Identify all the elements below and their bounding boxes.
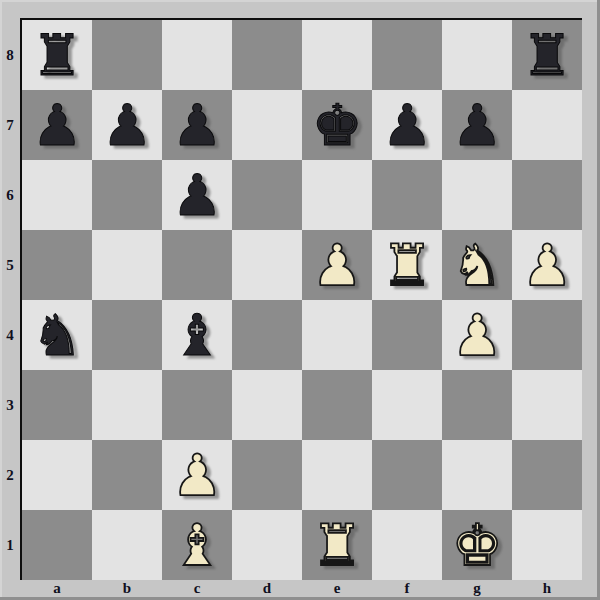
file-label-g: g [442, 580, 512, 599]
file-label-e: e [302, 580, 372, 599]
piece-white-pawn[interactable]: ♟ [512, 230, 582, 300]
square-f1[interactable] [372, 510, 442, 580]
square-c5[interactable] [162, 230, 232, 300]
rank-label-1: 1 [0, 510, 20, 580]
rank-label-6: 6 [0, 160, 20, 230]
square-h8[interactable]: ♜ [512, 20, 582, 90]
square-g8[interactable] [442, 20, 512, 90]
square-c1[interactable]: ♝ [162, 510, 232, 580]
square-e7[interactable]: ♚ [302, 90, 372, 160]
piece-black-pawn[interactable]: ♟ [162, 90, 232, 160]
square-e1[interactable]: ♜ [302, 510, 372, 580]
square-g7[interactable]: ♟ [442, 90, 512, 160]
file-label-a: a [22, 580, 92, 599]
piece-black-knight[interactable]: ♞ [22, 300, 92, 370]
square-b7[interactable]: ♟ [92, 90, 162, 160]
piece-white-rook[interactable]: ♜ [372, 230, 442, 300]
square-d7[interactable] [232, 90, 302, 160]
square-g5[interactable]: ♞ [442, 230, 512, 300]
square-b1[interactable] [92, 510, 162, 580]
square-g4[interactable]: ♟ [442, 300, 512, 370]
square-e3[interactable] [302, 370, 372, 440]
square-c7[interactable]: ♟ [162, 90, 232, 160]
square-b5[interactable] [92, 230, 162, 300]
piece-white-pawn[interactable]: ♟ [302, 230, 372, 300]
square-a5[interactable] [22, 230, 92, 300]
square-c6[interactable]: ♟ [162, 160, 232, 230]
square-f5[interactable]: ♜ [372, 230, 442, 300]
square-c8[interactable] [162, 20, 232, 90]
square-h7[interactable] [512, 90, 582, 160]
square-a1[interactable] [22, 510, 92, 580]
piece-white-pawn[interactable]: ♟ [442, 300, 512, 370]
square-b2[interactable] [92, 440, 162, 510]
square-b8[interactable] [92, 20, 162, 90]
square-g6[interactable] [442, 160, 512, 230]
piece-white-rook[interactable]: ♜ [302, 510, 372, 580]
file-label-b: b [92, 580, 162, 599]
square-e4[interactable] [302, 300, 372, 370]
square-e8[interactable] [302, 20, 372, 90]
square-c2[interactable]: ♟ [162, 440, 232, 510]
file-label-h: h [512, 580, 582, 599]
square-f6[interactable] [372, 160, 442, 230]
piece-black-king[interactable]: ♚ [302, 90, 372, 160]
file-label-f: f [372, 580, 442, 599]
piece-black-pawn[interactable]: ♟ [442, 90, 512, 160]
square-d3[interactable] [232, 370, 302, 440]
piece-black-rook[interactable]: ♜ [22, 20, 92, 90]
square-e6[interactable] [302, 160, 372, 230]
piece-white-knight[interactable]: ♞ [442, 230, 512, 300]
square-c4[interactable]: ♝ [162, 300, 232, 370]
square-h6[interactable] [512, 160, 582, 230]
square-c3[interactable] [162, 370, 232, 440]
square-b4[interactable] [92, 300, 162, 370]
piece-white-bishop[interactable]: ♝ [162, 510, 232, 580]
rank-label-4: 4 [0, 300, 20, 370]
file-label-d: d [232, 580, 302, 599]
square-d6[interactable] [232, 160, 302, 230]
square-d5[interactable] [232, 230, 302, 300]
piece-black-pawn[interactable]: ♟ [162, 160, 232, 230]
board-frame: ♜♜♟♟♟♚♟♟♟♟♜♞♟♞♝♟♟♝♜♚ 87654321 abcdefgh [0, 0, 600, 600]
square-f3[interactable] [372, 370, 442, 440]
square-d4[interactable] [232, 300, 302, 370]
square-h5[interactable]: ♟ [512, 230, 582, 300]
square-e2[interactable] [302, 440, 372, 510]
piece-black-pawn[interactable]: ♟ [92, 90, 162, 160]
square-a8[interactable]: ♜ [22, 20, 92, 90]
square-b3[interactable] [92, 370, 162, 440]
square-d1[interactable] [232, 510, 302, 580]
square-h2[interactable] [512, 440, 582, 510]
square-d8[interactable] [232, 20, 302, 90]
square-h3[interactable] [512, 370, 582, 440]
piece-black-rook[interactable]: ♜ [512, 20, 582, 90]
piece-black-pawn[interactable]: ♟ [372, 90, 442, 160]
chess-board: ♜♜♟♟♟♚♟♟♟♟♜♞♟♞♝♟♟♝♜♚ [22, 20, 582, 580]
board-border: ♜♜♟♟♟♚♟♟♟♟♜♞♟♞♝♟♟♝♜♚ [20, 18, 582, 580]
square-a2[interactable] [22, 440, 92, 510]
piece-white-king[interactable]: ♚ [442, 510, 512, 580]
piece-white-pawn[interactable]: ♟ [162, 440, 232, 510]
file-label-c: c [162, 580, 232, 599]
rank-label-5: 5 [0, 230, 20, 300]
square-f4[interactable] [372, 300, 442, 370]
square-g1[interactable]: ♚ [442, 510, 512, 580]
square-b6[interactable] [92, 160, 162, 230]
piece-black-bishop[interactable]: ♝ [162, 300, 232, 370]
square-g3[interactable] [442, 370, 512, 440]
square-a3[interactable] [22, 370, 92, 440]
square-d2[interactable] [232, 440, 302, 510]
square-h1[interactable] [512, 510, 582, 580]
square-a6[interactable] [22, 160, 92, 230]
rank-label-3: 3 [0, 370, 20, 440]
square-a4[interactable]: ♞ [22, 300, 92, 370]
square-f8[interactable] [372, 20, 442, 90]
square-f7[interactable]: ♟ [372, 90, 442, 160]
piece-black-pawn[interactable]: ♟ [22, 90, 92, 160]
rank-label-8: 8 [0, 20, 20, 90]
square-f2[interactable] [372, 440, 442, 510]
rank-label-2: 2 [0, 440, 20, 510]
square-a7[interactable]: ♟ [22, 90, 92, 160]
square-g2[interactable] [442, 440, 512, 510]
square-h4[interactable] [512, 300, 582, 370]
rank-label-7: 7 [0, 90, 20, 160]
square-e5[interactable]: ♟ [302, 230, 372, 300]
